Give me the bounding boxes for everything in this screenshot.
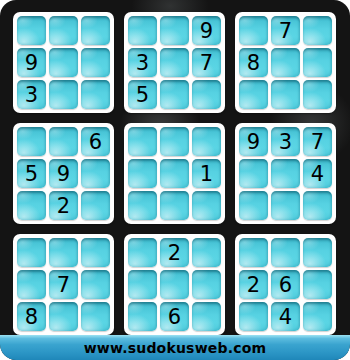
box-r2c2: 1	[124, 123, 225, 224]
cell-r3c1: 3	[17, 80, 46, 109]
cell-r1c6: 9	[192, 16, 221, 45]
cell-r3c3[interactable]	[81, 80, 110, 109]
cell-r7c7[interactable]	[239, 238, 268, 267]
cell-r9c8: 4	[271, 302, 300, 331]
cell-r9c5: 6	[160, 302, 189, 331]
cell-r7c1[interactable]	[17, 238, 46, 267]
given-digit: 6	[89, 131, 102, 153]
cell-r3c6[interactable]	[192, 80, 221, 109]
cell-r5c1: 5	[17, 159, 46, 188]
box-r1c2: 9375	[124, 12, 225, 113]
cell-r7c6[interactable]	[192, 238, 221, 267]
cell-r5c6: 1	[192, 159, 221, 188]
given-digit: 1	[200, 163, 213, 185]
box-r2c3: 9374	[235, 123, 336, 224]
cell-r2c4: 3	[128, 48, 157, 77]
cell-r7c8[interactable]	[271, 238, 300, 267]
cell-r1c3[interactable]	[81, 16, 110, 45]
cell-r5c2: 9	[49, 159, 78, 188]
cell-r7c3[interactable]	[81, 238, 110, 267]
cell-r2c1: 9	[17, 48, 46, 77]
cell-r4c2[interactable]	[49, 127, 78, 156]
given-digit: 7	[200, 52, 213, 74]
cell-r6c9[interactable]	[303, 191, 332, 220]
cell-r9c9[interactable]	[303, 302, 332, 331]
given-digit: 8	[25, 306, 38, 328]
box-r2c1: 6592	[13, 123, 114, 224]
cell-r8c8: 6	[271, 270, 300, 299]
cell-r5c9: 4	[303, 159, 332, 188]
cell-r1c8: 7	[271, 16, 300, 45]
cell-r2c9[interactable]	[303, 48, 332, 77]
cell-r8c4[interactable]	[128, 270, 157, 299]
cell-r4c1[interactable]	[17, 127, 46, 156]
cell-r1c5[interactable]	[160, 16, 189, 45]
cell-r6c4[interactable]	[128, 191, 157, 220]
cell-r4c9: 7	[303, 127, 332, 156]
cell-r2c3[interactable]	[81, 48, 110, 77]
box-r3c1: 78	[13, 234, 114, 335]
cell-r1c2[interactable]	[49, 16, 78, 45]
cell-r2c6: 7	[192, 48, 221, 77]
given-digit: 3	[279, 131, 292, 153]
cell-r8c9[interactable]	[303, 270, 332, 299]
cell-r7c5: 2	[160, 238, 189, 267]
given-digit: 3	[136, 52, 149, 74]
cell-r8c3[interactable]	[81, 270, 110, 299]
given-digit: 4	[311, 163, 324, 185]
cell-r9c1: 8	[17, 302, 46, 331]
cell-r2c5[interactable]	[160, 48, 189, 77]
cell-r5c8[interactable]	[271, 159, 300, 188]
cell-r2c8[interactable]	[271, 48, 300, 77]
cell-r2c7: 8	[239, 48, 268, 77]
cell-r7c4[interactable]	[128, 238, 157, 267]
given-digit: 8	[247, 52, 260, 74]
given-digit: 2	[57, 195, 70, 217]
cell-r4c6[interactable]	[192, 127, 221, 156]
cell-r5c4[interactable]	[128, 159, 157, 188]
cell-r5c5[interactable]	[160, 159, 189, 188]
given-digit: 6	[279, 274, 292, 296]
cell-r1c7[interactable]	[239, 16, 268, 45]
website-url: www.sudokusweb.com	[84, 340, 267, 356]
cell-r8c7: 2	[239, 270, 268, 299]
cell-r6c8[interactable]	[271, 191, 300, 220]
cell-r3c9[interactable]	[303, 80, 332, 109]
given-digit: 4	[279, 306, 292, 328]
cell-r4c8: 3	[271, 127, 300, 156]
cell-r1c1[interactable]	[17, 16, 46, 45]
box-r3c2: 26	[124, 234, 225, 335]
cell-r5c7[interactable]	[239, 159, 268, 188]
given-digit: 7	[57, 274, 70, 296]
given-digit: 9	[57, 163, 70, 185]
cell-r5c3[interactable]	[81, 159, 110, 188]
cell-r9c3[interactable]	[81, 302, 110, 331]
box-r1c3: 78	[235, 12, 336, 113]
cell-r6c6[interactable]	[192, 191, 221, 220]
cell-r6c2: 2	[49, 191, 78, 220]
given-digit: 6	[168, 306, 181, 328]
cell-r8c2: 7	[49, 270, 78, 299]
cell-r1c9[interactable]	[303, 16, 332, 45]
cell-r3c5[interactable]	[160, 80, 189, 109]
cell-r4c4[interactable]	[128, 127, 157, 156]
cell-r6c1[interactable]	[17, 191, 46, 220]
given-digit: 5	[25, 163, 38, 185]
cell-r9c6[interactable]	[192, 302, 221, 331]
given-digit: 9	[247, 131, 260, 153]
sudoku-board: 939375786592193747826264	[13, 12, 336, 335]
cell-r6c3[interactable]	[81, 191, 110, 220]
sudoku-puzzle-panel: 939375786592193747826264 www.sudokusweb.…	[0, 0, 350, 360]
cell-r8c5[interactable]	[160, 270, 189, 299]
cell-r6c5[interactable]	[160, 191, 189, 220]
given-digit: 2	[247, 274, 260, 296]
cell-r9c4[interactable]	[128, 302, 157, 331]
cell-r7c9[interactable]	[303, 238, 332, 267]
cell-r4c5[interactable]	[160, 127, 189, 156]
given-digit: 2	[168, 242, 181, 264]
cell-r9c7[interactable]	[239, 302, 268, 331]
cell-r4c7: 9	[239, 127, 268, 156]
given-digit: 7	[279, 20, 292, 42]
footer-band: www.sudokusweb.com	[0, 335, 350, 360]
given-digit: 9	[25, 52, 38, 74]
cell-r1c4[interactable]	[128, 16, 157, 45]
cell-r3c4: 5	[128, 80, 157, 109]
cell-r9c2[interactable]	[49, 302, 78, 331]
given-digit: 5	[136, 84, 149, 106]
cell-r8c6[interactable]	[192, 270, 221, 299]
cell-r4c3: 6	[81, 127, 110, 156]
cell-r3c7[interactable]	[239, 80, 268, 109]
box-r1c1: 93	[13, 12, 114, 113]
cell-r7c2[interactable]	[49, 238, 78, 267]
cell-r3c8[interactable]	[271, 80, 300, 109]
cell-r2c2[interactable]	[49, 48, 78, 77]
given-digit: 3	[25, 84, 38, 106]
box-r3c3: 264	[235, 234, 336, 335]
cell-r6c7[interactable]	[239, 191, 268, 220]
given-digit: 7	[311, 131, 324, 153]
given-digit: 9	[200, 20, 213, 42]
cell-r3c2[interactable]	[49, 80, 78, 109]
cell-r8c1[interactable]	[17, 270, 46, 299]
